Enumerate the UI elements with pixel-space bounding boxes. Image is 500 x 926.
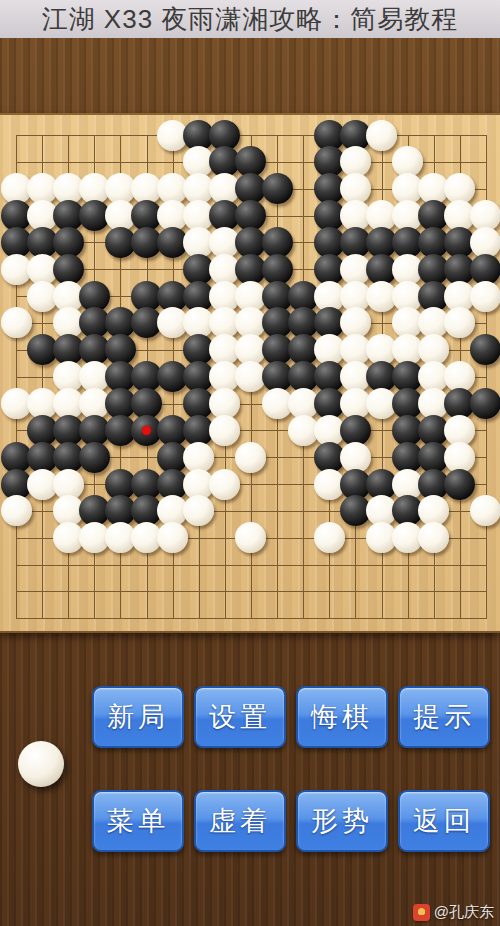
settings-button[interactable]: 设置	[194, 686, 286, 748]
white-stone	[235, 522, 266, 553]
grid-line-horizontal	[16, 591, 487, 592]
go-board[interactable]	[0, 113, 500, 633]
white-stone	[183, 495, 214, 526]
white-stone	[209, 469, 240, 500]
last-move-marker	[142, 426, 151, 435]
undo-button[interactable]: 悔棋	[296, 686, 388, 748]
white-stone	[444, 307, 475, 338]
white-stone	[470, 495, 500, 526]
black-stone	[470, 388, 500, 419]
white-stone	[314, 522, 345, 553]
grid-line-horizontal	[16, 565, 487, 566]
title-bar: 江湖 X33 夜雨潇湘攻略：简易教程	[0, 0, 500, 38]
pass-button[interactable]: 虚着	[194, 790, 286, 852]
white-stone	[209, 415, 240, 446]
watermark-text: @孔庆东	[434, 903, 494, 922]
black-stone	[470, 334, 500, 365]
white-stone	[1, 307, 32, 338]
black-stone	[262, 173, 293, 204]
black-stone	[79, 442, 110, 473]
white-stone	[157, 522, 188, 553]
hint-button[interactable]: 提示	[398, 686, 490, 748]
black-stone	[444, 469, 475, 500]
page-title: 江湖 X33 夜雨潇湘攻略：简易教程	[42, 2, 459, 37]
white-stone	[1, 495, 32, 526]
camera-icon	[413, 904, 430, 921]
grid-line-horizontal	[16, 618, 487, 619]
menu-button[interactable]: 菜单	[92, 790, 184, 852]
white-stone	[418, 522, 449, 553]
white-stone	[470, 281, 500, 312]
estimate-button[interactable]: 形势	[296, 790, 388, 852]
back-button[interactable]: 返回	[398, 790, 490, 852]
watermark: @孔庆东	[413, 903, 494, 922]
decorative-white-stone	[18, 741, 64, 787]
white-stone	[366, 120, 397, 151]
white-stone	[235, 442, 266, 473]
new-game-button[interactable]: 新局	[92, 686, 184, 748]
